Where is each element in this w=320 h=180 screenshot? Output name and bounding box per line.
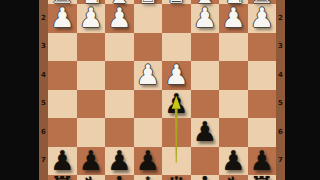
rank-label-7: 7: [276, 156, 285, 165]
white-bishop: ♝: [193, 0, 217, 8]
square-e4[interactable]: ♟: [134, 61, 163, 90]
square-d3[interactable]: [162, 33, 191, 62]
square-d1[interactable]: ♛: [162, 0, 191, 4]
black-pawn: ♟: [164, 90, 188, 119]
chess-video-frame: 12345678 12345678 ♜♞♝♚♛♝♞♜♟♟♟♟♟♟♟♟♟♟♟♟♟♟…: [0, 0, 320, 180]
white-queen: ♛: [164, 0, 188, 8]
square-e5[interactable]: [134, 90, 163, 119]
black-knight: ♞: [79, 173, 103, 180]
square-g6[interactable]: [77, 118, 106, 147]
rank-label-4: 4: [39, 71, 48, 80]
chess-board: ♜♞♝♚♛♝♞♜♟♟♟♟♟♟♟♟♟♟♟♟♟♟♟♟♜♞♝♚♛♝♞♜: [48, 0, 276, 180]
black-pawn: ♟: [193, 118, 217, 147]
white-rook: ♜: [50, 0, 74, 8]
rank-label-3: 3: [276, 42, 285, 51]
square-g3[interactable]: [77, 33, 106, 62]
rank-label-7: 7: [39, 156, 48, 165]
square-d4[interactable]: ♟: [162, 61, 191, 90]
rank-label-5: 5: [276, 99, 285, 108]
square-a3[interactable]: [248, 33, 277, 62]
black-rook: ♜: [250, 173, 274, 180]
rank-label-6: 6: [39, 128, 48, 137]
rank-label-3: 3: [39, 42, 48, 51]
square-g8[interactable]: ♞: [77, 175, 106, 180]
black-bishop: ♝: [107, 173, 131, 180]
square-a5[interactable]: [248, 90, 277, 119]
square-d6[interactable]: [162, 118, 191, 147]
square-b6[interactable]: [219, 118, 248, 147]
square-a6[interactable]: [248, 118, 277, 147]
black-rook: ♜: [50, 173, 74, 180]
square-f3[interactable]: [105, 33, 134, 62]
white-pawn: ♟: [136, 61, 160, 90]
white-rook: ♜: [250, 0, 274, 8]
square-b4[interactable]: [219, 61, 248, 90]
white-knight: ♞: [79, 0, 103, 8]
square-d5[interactable]: ♟: [162, 90, 191, 119]
white-bishop: ♝: [107, 0, 131, 8]
square-c4[interactable]: [191, 61, 220, 90]
square-e1[interactable]: ♚: [134, 0, 163, 4]
white-king: ♚: [136, 0, 160, 8]
rank-label-6: 6: [276, 128, 285, 137]
square-c1[interactable]: ♝: [191, 0, 220, 4]
black-king: ♚: [136, 173, 160, 180]
square-f6[interactable]: [105, 118, 134, 147]
square-h8[interactable]: ♜: [48, 175, 77, 180]
rank-label-4: 4: [276, 71, 285, 80]
square-d8[interactable]: ♛: [162, 175, 191, 180]
square-c8[interactable]: ♝: [191, 175, 220, 180]
square-b8[interactable]: ♞: [219, 175, 248, 180]
square-b5[interactable]: [219, 90, 248, 119]
rank-label-2: 2: [39, 14, 48, 23]
square-f1[interactable]: ♝: [105, 0, 134, 4]
square-b1[interactable]: ♞: [219, 0, 248, 4]
square-h6[interactable]: [48, 118, 77, 147]
square-a1[interactable]: ♜: [248, 0, 277, 4]
rank-label-5: 5: [39, 99, 48, 108]
white-knight: ♞: [221, 0, 245, 8]
square-h4[interactable]: [48, 61, 77, 90]
white-pawn: ♟: [164, 61, 188, 90]
square-a8[interactable]: ♜: [248, 175, 277, 180]
square-e6[interactable]: [134, 118, 163, 147]
square-c3[interactable]: [191, 33, 220, 62]
square-h5[interactable]: [48, 90, 77, 119]
square-g4[interactable]: [77, 61, 106, 90]
square-c6[interactable]: ♟: [191, 118, 220, 147]
square-e3[interactable]: [134, 33, 163, 62]
square-g1[interactable]: ♞: [77, 0, 106, 4]
square-c5[interactable]: [191, 90, 220, 119]
black-bishop: ♝: [193, 173, 217, 180]
square-h3[interactable]: [48, 33, 77, 62]
square-f8[interactable]: ♝: [105, 175, 134, 180]
rank-label-2: 2: [276, 14, 285, 23]
square-b3[interactable]: [219, 33, 248, 62]
square-f4[interactable]: [105, 61, 134, 90]
square-a4[interactable]: [248, 61, 277, 90]
square-f5[interactable]: [105, 90, 134, 119]
square-g5[interactable]: [77, 90, 106, 119]
square-e8[interactable]: ♚: [134, 175, 163, 180]
black-knight: ♞: [221, 173, 245, 180]
black-queen: ♛: [164, 173, 188, 180]
rank-labels-right: 12345678: [276, 0, 285, 180]
rank-labels-left: 12345678: [39, 0, 48, 180]
square-h1[interactable]: ♜: [48, 0, 77, 4]
